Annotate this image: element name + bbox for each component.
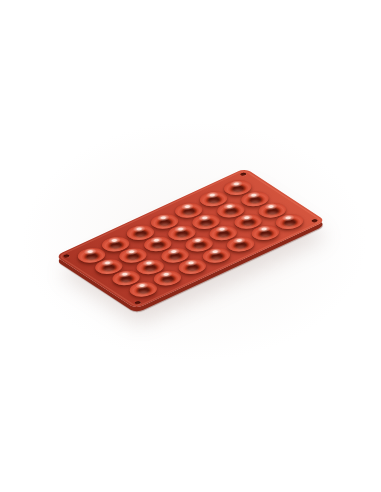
cavity-grid — [70, 176, 310, 300]
silicone-mold-tray — [55, 168, 326, 309]
corner-hole-bottom — [134, 301, 142, 305]
photo-background — [0, 0, 381, 492]
corner-hole-right — [311, 219, 319, 223]
